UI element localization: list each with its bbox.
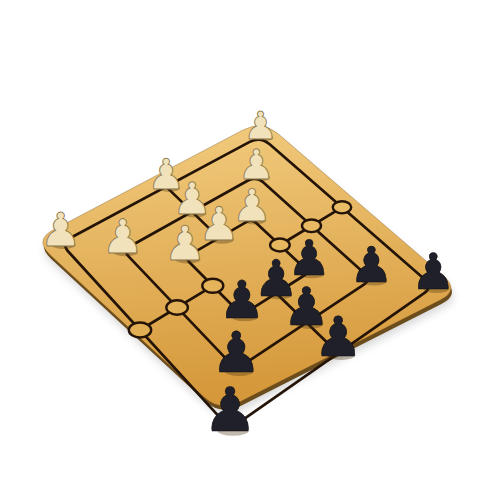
empty-point-ring[interactable] — [129, 323, 151, 338]
empty-point-ring[interactable] — [333, 201, 351, 213]
white-pawn[interactable]: ♟ — [164, 216, 207, 271]
white-pawn[interactable]: ♟ — [102, 209, 144, 264]
empty-point-ring[interactable] — [166, 300, 188, 314]
product-photo-stage: ♟♟♟♟♟♟♟♟♟♟♟♟♟♟♟♟♟♟ — [0, 0, 500, 500]
white-pawn[interactable]: ♟ — [40, 203, 82, 257]
black-pawn[interactable]: ♟ — [313, 305, 362, 369]
morris-board-scene: ♟♟♟♟♟♟♟♟♟♟♟♟♟♟♟♟♟♟ — [0, 0, 500, 500]
black-pawn[interactable]: ♟ — [203, 374, 258, 445]
black-pawn[interactable]: ♟ — [349, 236, 393, 294]
black-pawn[interactable]: ♟ — [411, 243, 456, 301]
